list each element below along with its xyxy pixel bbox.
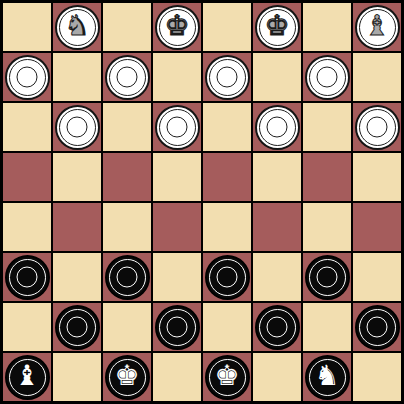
- square-g4[interactable]: [303, 203, 351, 251]
- board: ♞♚♚♝♝♚♚♞: [0, 0, 404, 404]
- white-checker[interactable]: [205, 55, 250, 100]
- black-checker[interactable]: [55, 305, 100, 350]
- square-h8[interactable]: ♝: [353, 3, 401, 51]
- square-d6[interactable]: [153, 103, 201, 151]
- square-c4[interactable]: [103, 203, 151, 251]
- square-g8[interactable]: [303, 3, 351, 51]
- square-d5[interactable]: [153, 153, 201, 201]
- black-checker[interactable]: [255, 305, 300, 350]
- square-d8[interactable]: ♚: [153, 3, 201, 51]
- square-d4[interactable]: [153, 203, 201, 251]
- king-icon: ♚: [264, 12, 289, 40]
- white-checker[interactable]: [105, 55, 150, 100]
- white-bishop-disc[interactable]: ♝: [355, 5, 400, 50]
- white-checker[interactable]: [55, 105, 100, 150]
- bishop-icon: ♝: [364, 12, 389, 40]
- square-g2[interactable]: [303, 303, 351, 351]
- square-b8[interactable]: ♞: [53, 3, 101, 51]
- square-h7[interactable]: [353, 53, 401, 101]
- square-h2[interactable]: [353, 303, 401, 351]
- square-h6[interactable]: [353, 103, 401, 151]
- square-b1[interactable]: [53, 353, 101, 401]
- square-e7[interactable]: [203, 53, 251, 101]
- square-e6[interactable]: [203, 103, 251, 151]
- square-g1[interactable]: ♞: [303, 353, 351, 401]
- square-f6[interactable]: [253, 103, 301, 151]
- black-checker[interactable]: [355, 305, 400, 350]
- knight-icon: ♞: [64, 12, 89, 40]
- white-checker[interactable]: [305, 55, 350, 100]
- square-e3[interactable]: [203, 253, 251, 301]
- square-c5[interactable]: [103, 153, 151, 201]
- square-h5[interactable]: [353, 153, 401, 201]
- square-b3[interactable]: [53, 253, 101, 301]
- black-checker[interactable]: [305, 255, 350, 300]
- square-f1[interactable]: [253, 353, 301, 401]
- square-a1[interactable]: ♝: [3, 353, 51, 401]
- square-h3[interactable]: [353, 253, 401, 301]
- square-c6[interactable]: [103, 103, 151, 151]
- square-d7[interactable]: [153, 53, 201, 101]
- square-b7[interactable]: [53, 53, 101, 101]
- square-f3[interactable]: [253, 253, 301, 301]
- square-c7[interactable]: [103, 53, 151, 101]
- square-h1[interactable]: [353, 353, 401, 401]
- square-h4[interactable]: [353, 203, 401, 251]
- square-a7[interactable]: [3, 53, 51, 101]
- square-f5[interactable]: [253, 153, 301, 201]
- square-g5[interactable]: [303, 153, 351, 201]
- square-e4[interactable]: [203, 203, 251, 251]
- square-d2[interactable]: [153, 303, 201, 351]
- square-a3[interactable]: [3, 253, 51, 301]
- knight-icon: ♞: [314, 362, 339, 390]
- square-c1[interactable]: ♚: [103, 353, 151, 401]
- square-a8[interactable]: [3, 3, 51, 51]
- white-checker[interactable]: [155, 105, 200, 150]
- square-e1[interactable]: ♚: [203, 353, 251, 401]
- king-icon: ♚: [214, 362, 239, 390]
- square-g6[interactable]: [303, 103, 351, 151]
- square-c8[interactable]: [103, 3, 151, 51]
- white-checker[interactable]: [355, 105, 400, 150]
- black-king-disc[interactable]: ♚: [205, 355, 250, 400]
- black-king-disc[interactable]: ♚: [105, 355, 150, 400]
- black-checker[interactable]: [155, 305, 200, 350]
- black-checker[interactable]: [105, 255, 150, 300]
- square-d1[interactable]: [153, 353, 201, 401]
- black-checker[interactable]: [5, 255, 50, 300]
- black-bishop-disc[interactable]: ♝: [5, 355, 50, 400]
- square-f2[interactable]: [253, 303, 301, 351]
- square-b2[interactable]: [53, 303, 101, 351]
- square-e2[interactable]: [203, 303, 251, 351]
- square-e5[interactable]: [203, 153, 251, 201]
- square-a4[interactable]: [3, 203, 51, 251]
- bishop-icon: ♝: [14, 362, 39, 390]
- square-d3[interactable]: [153, 253, 201, 301]
- square-b4[interactable]: [53, 203, 101, 251]
- square-a5[interactable]: [3, 153, 51, 201]
- square-e8[interactable]: [203, 3, 251, 51]
- king-icon: ♚: [164, 12, 189, 40]
- square-a6[interactable]: [3, 103, 51, 151]
- white-king-disc[interactable]: ♚: [255, 5, 300, 50]
- black-knight-disc[interactable]: ♞: [305, 355, 350, 400]
- white-king-disc[interactable]: ♚: [155, 5, 200, 50]
- black-checker[interactable]: [205, 255, 250, 300]
- square-g7[interactable]: [303, 53, 351, 101]
- white-checker[interactable]: [5, 55, 50, 100]
- square-b6[interactable]: [53, 103, 101, 151]
- white-knight-disc[interactable]: ♞: [55, 5, 100, 50]
- white-checker[interactable]: [255, 105, 300, 150]
- square-f8[interactable]: ♚: [253, 3, 301, 51]
- square-c2[interactable]: [103, 303, 151, 351]
- king-icon: ♚: [114, 362, 139, 390]
- square-g3[interactable]: [303, 253, 351, 301]
- square-c3[interactable]: [103, 253, 151, 301]
- square-a2[interactable]: [3, 303, 51, 351]
- square-f7[interactable]: [253, 53, 301, 101]
- square-f4[interactable]: [253, 203, 301, 251]
- square-b5[interactable]: [53, 153, 101, 201]
